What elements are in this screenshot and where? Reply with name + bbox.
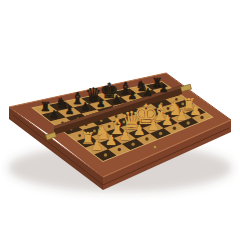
brass-catch [153, 145, 156, 148]
black-pawn-c7: ♟ [81, 100, 91, 113]
travel-chess-set-photo: ♜♞♝♛♚♝♞♜♟♟♟♟♟♟♟♟♜♞♝♛♚♝♞♜♟♟♟♟♟♟♟♟ [0, 0, 240, 240]
peg-hole [118, 148, 121, 151]
white-pawn-b2: ♟ [105, 132, 118, 148]
white-pawn-c2: ♟ [119, 127, 132, 143]
black-pawn-b7: ♟ [65, 104, 75, 117]
white-pawn-e2: ♟ [147, 117, 160, 133]
peg-hole [145, 137, 148, 140]
black-pawn-e7: ♟ [112, 93, 122, 106]
black-pawn-a7: ♟ [49, 108, 59, 121]
black-pawn-d7: ♟ [96, 97, 106, 110]
white-pawn-a2: ♟ [91, 137, 104, 153]
peg-hole [104, 153, 107, 156]
peg-hole [131, 143, 134, 146]
chess-board-scene: ♜♞♝♛♚♝♞♜♟♟♟♟♟♟♟♟♜♞♝♛♚♝♞♜♟♟♟♟♟♟♟♟ [0, 0, 240, 240]
white-pawn-f2: ♟ [161, 112, 174, 128]
black-pawn-g7: ♟ [143, 86, 153, 99]
white-pawn-d2: ♟ [133, 122, 146, 138]
black-pawn-h7: ♟ [159, 82, 169, 95]
white-pawn-g2: ♟ [175, 107, 188, 123]
white-pawn-h2: ♟ [189, 102, 202, 118]
